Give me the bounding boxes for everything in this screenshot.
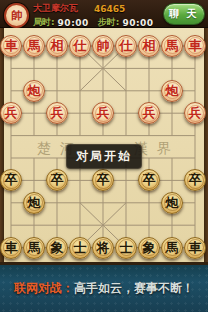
xiangqi-game-screen: 帥 大卫摩尔瓦 46465 局时: 90:00 步时: 90:00 聊 天 bbox=[0, 0, 208, 312]
promo-banner-highlight: 联网对战： bbox=[14, 280, 74, 297]
piece-black-cannon[interactable]: 炮 bbox=[23, 192, 45, 214]
piece-red-advisor[interactable]: 仕 bbox=[69, 35, 91, 57]
piece-red-soldier[interactable]: 兵 bbox=[92, 102, 114, 124]
piece-black-elephant[interactable]: 象 bbox=[138, 237, 160, 259]
piece-red-elephant[interactable]: 相 bbox=[46, 35, 68, 57]
piece-red-chariot[interactable]: 車 bbox=[0, 35, 22, 57]
piece-black-soldier[interactable]: 卒 bbox=[46, 169, 68, 191]
piece-red-horse[interactable]: 馬 bbox=[161, 35, 183, 57]
piece-red-soldier[interactable]: 兵 bbox=[0, 102, 22, 124]
piece-black-chariot[interactable]: 車 bbox=[0, 237, 22, 259]
piece-black-soldier[interactable]: 卒 bbox=[184, 169, 206, 191]
piece-black-general[interactable]: 将 bbox=[92, 237, 114, 259]
piece-black-elephant[interactable]: 象 bbox=[46, 237, 68, 259]
player-name: 大卫摩尔瓦 bbox=[33, 2, 78, 15]
piece-red-advisor[interactable]: 仕 bbox=[115, 35, 137, 57]
piece-black-soldier[interactable]: 卒 bbox=[0, 169, 22, 191]
promo-banner[interactable]: 联网对战： 高手如云，赛事不断！ bbox=[0, 262, 208, 312]
game-timer-value: 90:00 bbox=[58, 18, 89, 28]
piece-black-chariot[interactable]: 車 bbox=[184, 237, 206, 259]
promo-banner-text: 高手如云，赛事不断！ bbox=[74, 280, 194, 297]
piece-red-general[interactable]: 帥 bbox=[92, 35, 114, 57]
chat-button[interactable]: 聊 天 bbox=[163, 3, 205, 25]
piece-red-horse[interactable]: 馬 bbox=[23, 35, 45, 57]
piece-red-soldier[interactable]: 兵 bbox=[138, 102, 160, 124]
piece-black-soldier[interactable]: 卒 bbox=[92, 169, 114, 191]
xiangqi-board: 楚河 漢界 車馬相仕帥仕相馬車炮炮兵兵兵兵兵卒卒卒卒卒炮炮車馬象士将士象馬車 对… bbox=[0, 28, 208, 262]
piece-black-cannon[interactable]: 炮 bbox=[161, 192, 183, 214]
player-score: 46465 bbox=[94, 4, 125, 14]
piece-red-cannon[interactable]: 炮 bbox=[161, 80, 183, 102]
piece-black-advisor[interactable]: 士 bbox=[69, 237, 91, 259]
piece-red-elephant[interactable]: 相 bbox=[138, 35, 160, 57]
piece-black-horse[interactable]: 馬 bbox=[23, 237, 45, 259]
player-info: 大卫摩尔瓦 46465 局时: 90:00 步时: 90:00 bbox=[33, 3, 158, 28]
player-avatar-icon[interactable]: 帥 bbox=[4, 3, 29, 28]
piece-red-soldier[interactable]: 兵 bbox=[184, 102, 206, 124]
piece-black-soldier[interactable]: 卒 bbox=[138, 169, 160, 191]
piece-red-chariot[interactable]: 車 bbox=[184, 35, 206, 57]
piece-black-horse[interactable]: 馬 bbox=[161, 237, 183, 259]
step-timer-value: 90:00 bbox=[122, 18, 153, 28]
piece-black-advisor[interactable]: 士 bbox=[115, 237, 137, 259]
piece-red-soldier[interactable]: 兵 bbox=[46, 102, 68, 124]
game-start-toast: 对局开始 bbox=[66, 144, 142, 169]
piece-red-cannon[interactable]: 炮 bbox=[23, 80, 45, 102]
top-bar: 帥 大卫摩尔瓦 46465 局时: 90:00 步时: 90:00 聊 天 bbox=[0, 0, 208, 28]
